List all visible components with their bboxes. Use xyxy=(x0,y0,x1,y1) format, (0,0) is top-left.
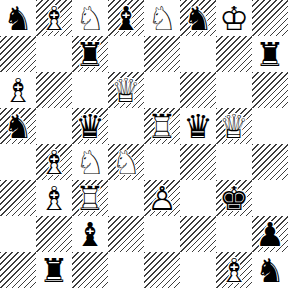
piece-black-queen: ♛ xyxy=(72,108,108,144)
square-g6[interactable] xyxy=(216,72,252,108)
square-d5[interactable] xyxy=(108,108,144,144)
square-g5[interactable]: ♛♕ xyxy=(216,108,252,144)
square-d7[interactable] xyxy=(108,36,144,72)
black-rook-glyph: ♜ xyxy=(36,252,72,288)
square-e4[interactable] xyxy=(144,144,180,180)
piece-black-knight: ♞ xyxy=(252,252,288,288)
piece-white-rook: ♜♖ xyxy=(72,180,108,216)
square-f1[interactable] xyxy=(180,252,216,288)
piece-white-bishop: ♝♗ xyxy=(0,72,36,108)
black-knight-glyph: ♞ xyxy=(0,108,36,144)
square-d4[interactable]: ♞♘ xyxy=(108,144,144,180)
piece-white-bishop: ♝♗ xyxy=(216,252,252,288)
square-a2[interactable] xyxy=(0,216,36,252)
white-rook-fill: ♜ xyxy=(72,180,108,216)
white-bishop-fill: ♝ xyxy=(36,0,72,36)
square-a4[interactable] xyxy=(0,144,36,180)
piece-black-rook: ♜ xyxy=(72,36,108,72)
square-a7[interactable] xyxy=(0,36,36,72)
white-pawn-fill: ♟ xyxy=(144,180,180,216)
square-b4[interactable]: ♝♗ xyxy=(36,144,72,180)
piece-black-king: ♚ xyxy=(216,180,252,216)
chess-board: ♞♝♗♞♘♝♞♘♞♚♔♜♜♝♗♛♕♞♛♜♖♛♛♕♝♗♞♘♞♘♝♗♜♖♟♙♚♝♟♜… xyxy=(0,0,288,288)
square-g8[interactable]: ♚♔ xyxy=(216,0,252,36)
square-e2[interactable] xyxy=(144,216,180,252)
square-c1[interactable] xyxy=(72,252,108,288)
white-bishop-fill: ♝ xyxy=(36,144,72,180)
piece-white-knight: ♞♘ xyxy=(72,0,108,36)
square-c2[interactable]: ♝ xyxy=(72,216,108,252)
square-h5[interactable] xyxy=(252,108,288,144)
white-knight-outline: ♘ xyxy=(144,0,180,36)
white-bishop-outline: ♗ xyxy=(0,72,36,108)
square-d3[interactable] xyxy=(108,180,144,216)
square-g3[interactable]: ♚ xyxy=(216,180,252,216)
square-c6[interactable] xyxy=(72,72,108,108)
square-e7[interactable] xyxy=(144,36,180,72)
square-c3[interactable]: ♜♖ xyxy=(72,180,108,216)
piece-black-queen: ♛ xyxy=(180,108,216,144)
white-knight-fill: ♞ xyxy=(72,144,108,180)
black-rook-glyph: ♜ xyxy=(252,36,288,72)
piece-white-king: ♚♔ xyxy=(216,0,252,36)
white-knight-outline: ♘ xyxy=(72,0,108,36)
white-pawn-outline: ♙ xyxy=(144,180,180,216)
white-knight-fill: ♞ xyxy=(108,144,144,180)
piece-white-knight: ♞♘ xyxy=(108,144,144,180)
square-b7[interactable] xyxy=(36,36,72,72)
black-bishop-glyph: ♝ xyxy=(108,0,144,36)
black-bishop-glyph: ♝ xyxy=(72,216,108,252)
square-f2[interactable] xyxy=(180,216,216,252)
black-pawn-glyph: ♟ xyxy=(252,216,288,252)
black-knight-glyph: ♞ xyxy=(252,252,288,288)
piece-black-pawn: ♟ xyxy=(252,216,288,252)
white-bishop-outline: ♗ xyxy=(216,252,252,288)
square-h8[interactable] xyxy=(252,0,288,36)
black-knight-glyph: ♞ xyxy=(0,0,36,36)
white-bishop-outline: ♗ xyxy=(36,0,72,36)
piece-white-bishop: ♝♗ xyxy=(36,0,72,36)
square-f5[interactable]: ♛ xyxy=(180,108,216,144)
piece-black-knight: ♞ xyxy=(0,108,36,144)
white-bishop-outline: ♗ xyxy=(36,180,72,216)
square-d2[interactable] xyxy=(108,216,144,252)
white-king-outline: ♔ xyxy=(216,0,252,36)
square-a3[interactable] xyxy=(0,180,36,216)
piece-white-pawn: ♟♙ xyxy=(144,180,180,216)
white-knight-outline: ♘ xyxy=(72,144,108,180)
square-b1[interactable]: ♜ xyxy=(36,252,72,288)
white-knight-outline: ♘ xyxy=(108,144,144,180)
square-f4[interactable] xyxy=(180,144,216,180)
piece-black-bishop: ♝ xyxy=(72,216,108,252)
square-g7[interactable] xyxy=(216,36,252,72)
square-h1[interactable]: ♞ xyxy=(252,252,288,288)
square-b6[interactable] xyxy=(36,72,72,108)
white-rook-outline: ♖ xyxy=(72,180,108,216)
square-a6[interactable]: ♝♗ xyxy=(0,72,36,108)
piece-white-knight: ♞♘ xyxy=(144,0,180,36)
square-h2[interactable]: ♟ xyxy=(252,216,288,252)
black-king-glyph: ♚ xyxy=(216,180,252,216)
piece-black-knight: ♞ xyxy=(180,0,216,36)
white-king-fill: ♚ xyxy=(216,0,252,36)
square-e3[interactable]: ♟♙ xyxy=(144,180,180,216)
piece-black-rook: ♜ xyxy=(252,36,288,72)
white-queen-fill: ♛ xyxy=(108,72,144,108)
square-h3[interactable] xyxy=(252,180,288,216)
piece-black-rook: ♜ xyxy=(36,252,72,288)
square-e5[interactable]: ♜♖ xyxy=(144,108,180,144)
white-bishop-fill: ♝ xyxy=(216,252,252,288)
square-e8[interactable]: ♞♘ xyxy=(144,0,180,36)
square-b2[interactable] xyxy=(36,216,72,252)
black-knight-glyph: ♞ xyxy=(180,0,216,36)
square-f7[interactable] xyxy=(180,36,216,72)
square-g4[interactable] xyxy=(216,144,252,180)
piece-black-bishop: ♝ xyxy=(108,0,144,36)
square-f3[interactable] xyxy=(180,180,216,216)
piece-white-queen: ♛♕ xyxy=(108,72,144,108)
white-knight-fill: ♞ xyxy=(72,0,108,36)
square-e6[interactable] xyxy=(144,72,180,108)
square-b3[interactable]: ♝♗ xyxy=(36,180,72,216)
square-f8[interactable]: ♞ xyxy=(180,0,216,36)
square-b8[interactable]: ♝♗ xyxy=(36,0,72,36)
square-c8[interactable]: ♞♘ xyxy=(72,0,108,36)
white-queen-outline: ♕ xyxy=(216,108,252,144)
white-queen-fill: ♛ xyxy=(216,108,252,144)
black-queen-glyph: ♛ xyxy=(72,108,108,144)
piece-white-bishop: ♝♗ xyxy=(36,144,72,180)
black-queen-glyph: ♛ xyxy=(180,108,216,144)
white-rook-outline: ♖ xyxy=(144,108,180,144)
white-rook-fill: ♜ xyxy=(144,108,180,144)
square-h7[interactable]: ♜ xyxy=(252,36,288,72)
piece-white-knight: ♞♘ xyxy=(72,144,108,180)
piece-white-rook: ♜♖ xyxy=(144,108,180,144)
piece-white-queen: ♛♕ xyxy=(216,108,252,144)
square-g1[interactable]: ♝♗ xyxy=(216,252,252,288)
square-g2[interactable] xyxy=(216,216,252,252)
square-d6[interactable]: ♛♕ xyxy=(108,72,144,108)
square-b5[interactable] xyxy=(36,108,72,144)
square-a5[interactable]: ♞ xyxy=(0,108,36,144)
square-h6[interactable] xyxy=(252,72,288,108)
square-f6[interactable] xyxy=(180,72,216,108)
white-bishop-fill: ♝ xyxy=(36,180,72,216)
black-rook-glyph: ♜ xyxy=(72,36,108,72)
square-d1[interactable] xyxy=(108,252,144,288)
white-bishop-outline: ♗ xyxy=(36,144,72,180)
square-h4[interactable] xyxy=(252,144,288,180)
square-e1[interactable] xyxy=(144,252,180,288)
square-d8[interactable]: ♝ xyxy=(108,0,144,36)
square-a8[interactable]: ♞ xyxy=(0,0,36,36)
white-bishop-fill: ♝ xyxy=(0,72,36,108)
square-c7[interactable]: ♜ xyxy=(72,36,108,72)
piece-white-bishop: ♝♗ xyxy=(36,180,72,216)
white-queen-outline: ♕ xyxy=(108,72,144,108)
white-knight-fill: ♞ xyxy=(144,0,180,36)
square-c5[interactable]: ♛ xyxy=(72,108,108,144)
square-a1[interactable] xyxy=(0,252,36,288)
piece-black-knight: ♞ xyxy=(0,0,36,36)
square-c4[interactable]: ♞♘ xyxy=(72,144,108,180)
